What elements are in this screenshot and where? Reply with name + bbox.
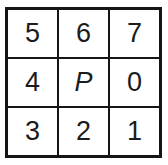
cell-r0c1[interactable]: 6 [59, 10, 108, 57]
cell-r1c1-player-marker[interactable]: P [59, 59, 108, 106]
cell-r1c2[interactable]: 0 [110, 59, 159, 106]
puzzle-diagram: 5 6 7 4 P 0 3 2 1 [0, 0, 168, 165]
cell-r2c2[interactable]: 1 [110, 108, 159, 155]
puzzle-board: 5 6 7 4 P 0 3 2 1 [5, 7, 162, 158]
cell-r1c0[interactable]: 4 [8, 59, 57, 106]
cell-r0c0[interactable]: 5 [8, 10, 57, 57]
cell-r0c2[interactable]: 7 [110, 10, 159, 57]
cell-r2c0[interactable]: 3 [8, 108, 57, 155]
cell-r2c1[interactable]: 2 [59, 108, 108, 155]
